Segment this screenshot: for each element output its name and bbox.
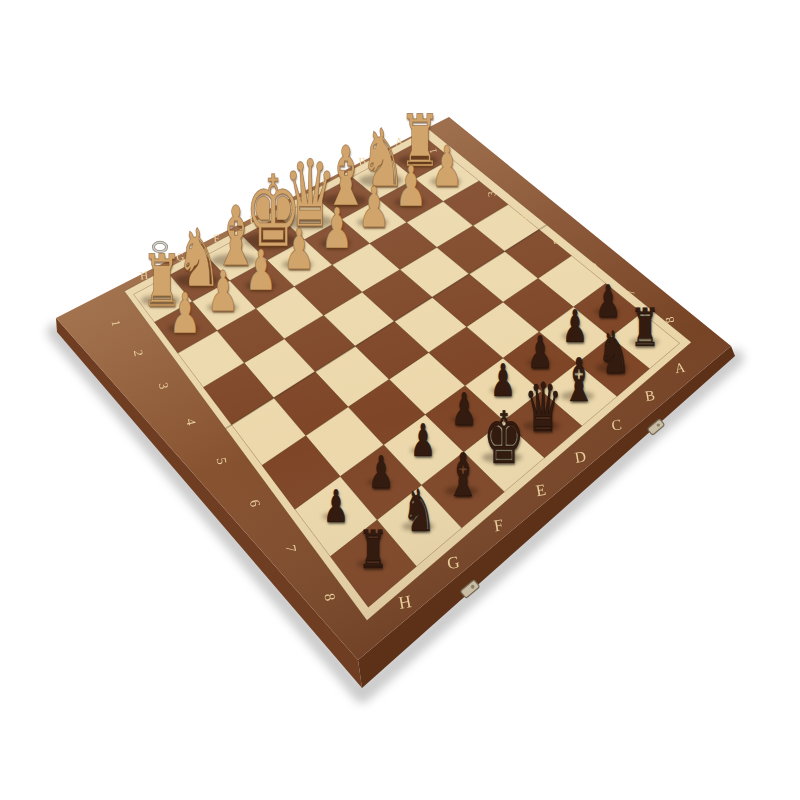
pieces-layer: ♜♞♝♛♚♝♞♜♟♟♟♟♟♟♟♟♟♟♟♟♟♟♟♟♜♞♝♛♚♝♞♜ (0, 0, 800, 800)
piece-black-queen-d8[interactable]: ♛ (524, 374, 563, 442)
piece-black-pawn-g7[interactable]: ♟ (368, 450, 394, 495)
piece-black-pawn-a7[interactable]: ♟ (595, 278, 621, 323)
piece-white-pawn-a2[interactable]: ♟ (431, 139, 463, 195)
piece-white-pawn-g2[interactable]: ♟ (207, 264, 239, 320)
piece-white-pawn-h2[interactable]: ♟ (169, 286, 201, 342)
piece-white-pawn-d2[interactable]: ♟ (320, 201, 352, 257)
piece-white-pawn-f2[interactable]: ♟ (245, 243, 277, 299)
piece-black-bishop-f8[interactable]: ♝ (446, 445, 480, 505)
piece-black-rook-h8[interactable]: ♜ (358, 524, 388, 577)
piece-black-pawn-b7[interactable]: ♟ (562, 303, 588, 348)
piece-black-rook-a8[interactable]: ♜ (630, 303, 660, 356)
piece-black-pawn-h7[interactable]: ♟ (323, 484, 349, 529)
piece-black-bishop-c8[interactable]: ♝ (562, 350, 596, 410)
photo-stage: 1234567812345678ABCDEFGHABCDEFGH ♜♞♝♛♚♝♞… (0, 0, 800, 800)
piece-black-king-e8[interactable]: ♚ (483, 402, 524, 474)
piece-black-pawn-f7[interactable]: ♟ (411, 417, 437, 462)
piece-white-pawn-e2[interactable]: ♟ (283, 222, 315, 278)
piece-black-knight-g8[interactable]: ♞ (402, 482, 436, 541)
piece-black-pawn-e7[interactable]: ♟ (451, 386, 477, 431)
piece-white-pawn-b2[interactable]: ♟ (394, 160, 426, 216)
piece-white-pawn-c2[interactable]: ♟ (358, 180, 390, 236)
piece-black-knight-b8[interactable]: ♞ (597, 324, 631, 383)
